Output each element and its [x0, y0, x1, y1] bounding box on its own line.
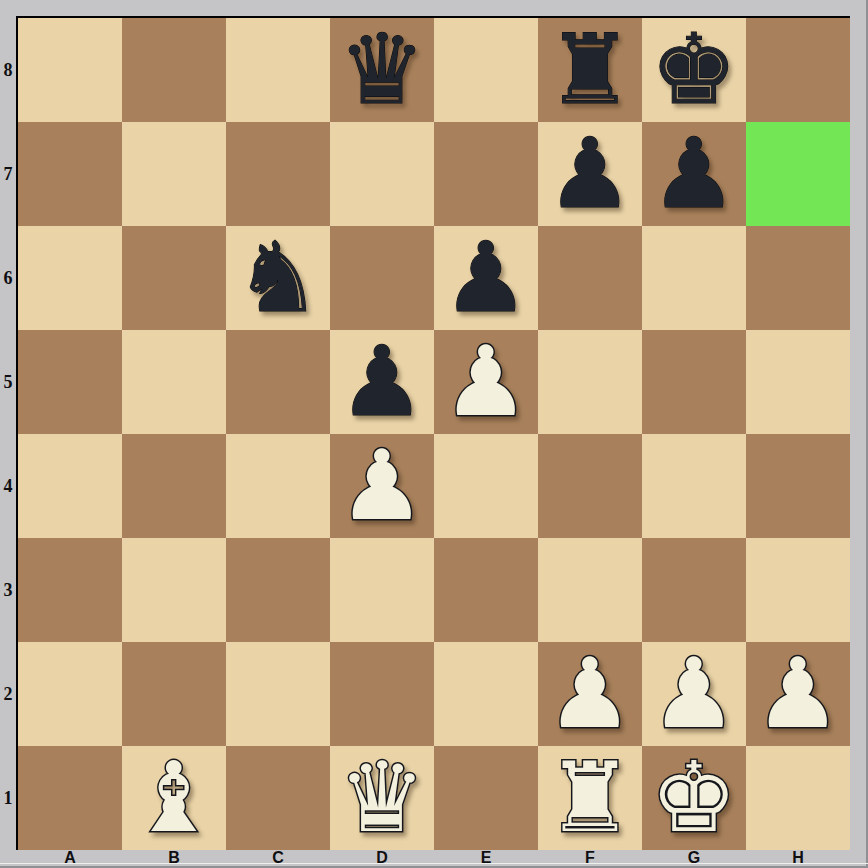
rank-label-5: 5 [0, 330, 16, 434]
square-a2[interactable] [18, 642, 122, 746]
square-e3[interactable] [434, 538, 538, 642]
black-queen[interactable]: ♛ [339, 18, 426, 122]
rank-label-3: 3 [0, 538, 16, 642]
square-g7[interactable]: ♟ [642, 122, 746, 226]
chess-app-window: 87654321 ♛♜♚♟♟♞♟♟♟♟♟♟♟♝♛♜♚ ABCDEFGH [0, 0, 868, 868]
square-d3[interactable] [330, 538, 434, 642]
square-a6[interactable] [18, 226, 122, 330]
black-knight[interactable]: ♞ [235, 226, 322, 330]
square-f5[interactable] [538, 330, 642, 434]
square-c1[interactable] [226, 746, 330, 850]
square-d4[interactable]: ♟ [330, 434, 434, 538]
black-rook[interactable]: ♜ [547, 18, 634, 122]
square-a8[interactable] [18, 18, 122, 122]
square-h8[interactable] [746, 18, 850, 122]
white-king[interactable]: ♚ [651, 746, 738, 850]
square-h6[interactable] [746, 226, 850, 330]
square-d1[interactable]: ♛ [330, 746, 434, 850]
square-g3[interactable] [642, 538, 746, 642]
square-h4[interactable] [746, 434, 850, 538]
white-rook[interactable]: ♜ [547, 746, 634, 850]
square-b6[interactable] [122, 226, 226, 330]
square-a7[interactable] [18, 122, 122, 226]
square-b7[interactable] [122, 122, 226, 226]
square-e8[interactable] [434, 18, 538, 122]
chess-board: ♛♜♚♟♟♞♟♟♟♟♟♟♟♝♛♜♚ [16, 16, 850, 850]
square-c5[interactable] [226, 330, 330, 434]
square-a1[interactable] [18, 746, 122, 850]
square-e7[interactable] [434, 122, 538, 226]
square-f7[interactable]: ♟ [538, 122, 642, 226]
black-pawn[interactable]: ♟ [547, 122, 634, 226]
square-e1[interactable] [434, 746, 538, 850]
square-g1[interactable]: ♚ [642, 746, 746, 850]
window-edge-highlight [0, 863, 868, 864]
square-d7[interactable] [330, 122, 434, 226]
square-f8[interactable]: ♜ [538, 18, 642, 122]
white-queen[interactable]: ♛ [339, 746, 426, 850]
square-h5[interactable] [746, 330, 850, 434]
square-h3[interactable] [746, 538, 850, 642]
square-e2[interactable] [434, 642, 538, 746]
square-h7[interactable] [746, 122, 850, 226]
rank-label-7: 7 [0, 122, 16, 226]
white-pawn[interactable]: ♟ [443, 330, 530, 434]
black-pawn[interactable]: ♟ [339, 330, 426, 434]
rank-label-6: 6 [0, 226, 16, 330]
rank-labels: 87654321 [0, 18, 16, 850]
square-g4[interactable] [642, 434, 746, 538]
square-e4[interactable] [434, 434, 538, 538]
square-c6[interactable]: ♞ [226, 226, 330, 330]
square-f2[interactable]: ♟ [538, 642, 642, 746]
black-king[interactable]: ♚ [651, 18, 738, 122]
square-e6[interactable]: ♟ [434, 226, 538, 330]
square-f4[interactable] [538, 434, 642, 538]
rank-label-1: 1 [0, 746, 16, 850]
square-e5[interactable]: ♟ [434, 330, 538, 434]
square-b8[interactable] [122, 18, 226, 122]
square-h1[interactable] [746, 746, 850, 850]
white-pawn[interactable]: ♟ [755, 642, 842, 746]
white-bishop[interactable]: ♝ [131, 746, 218, 850]
rank-label-8: 8 [0, 18, 16, 122]
square-c3[interactable] [226, 538, 330, 642]
square-b3[interactable] [122, 538, 226, 642]
square-a5[interactable] [18, 330, 122, 434]
white-pawn[interactable]: ♟ [339, 434, 426, 538]
square-c8[interactable] [226, 18, 330, 122]
square-c7[interactable] [226, 122, 330, 226]
square-b4[interactable] [122, 434, 226, 538]
square-c4[interactable] [226, 434, 330, 538]
square-f1[interactable]: ♜ [538, 746, 642, 850]
rank-label-4: 4 [0, 434, 16, 538]
white-pawn[interactable]: ♟ [547, 642, 634, 746]
square-g5[interactable] [642, 330, 746, 434]
square-g8[interactable]: ♚ [642, 18, 746, 122]
black-pawn[interactable]: ♟ [651, 122, 738, 226]
white-pawn[interactable]: ♟ [651, 642, 738, 746]
square-c2[interactable] [226, 642, 330, 746]
square-a4[interactable] [18, 434, 122, 538]
square-g6[interactable] [642, 226, 746, 330]
square-a3[interactable] [18, 538, 122, 642]
square-g2[interactable]: ♟ [642, 642, 746, 746]
square-b2[interactable] [122, 642, 226, 746]
square-d8[interactable]: ♛ [330, 18, 434, 122]
rank-label-2: 2 [0, 642, 16, 746]
square-d6[interactable] [330, 226, 434, 330]
square-h2[interactable]: ♟ [746, 642, 850, 746]
square-d2[interactable] [330, 642, 434, 746]
square-d5[interactable]: ♟ [330, 330, 434, 434]
square-f6[interactable] [538, 226, 642, 330]
black-pawn[interactable]: ♟ [443, 226, 530, 330]
square-b5[interactable] [122, 330, 226, 434]
square-f3[interactable] [538, 538, 642, 642]
square-b1[interactable]: ♝ [122, 746, 226, 850]
